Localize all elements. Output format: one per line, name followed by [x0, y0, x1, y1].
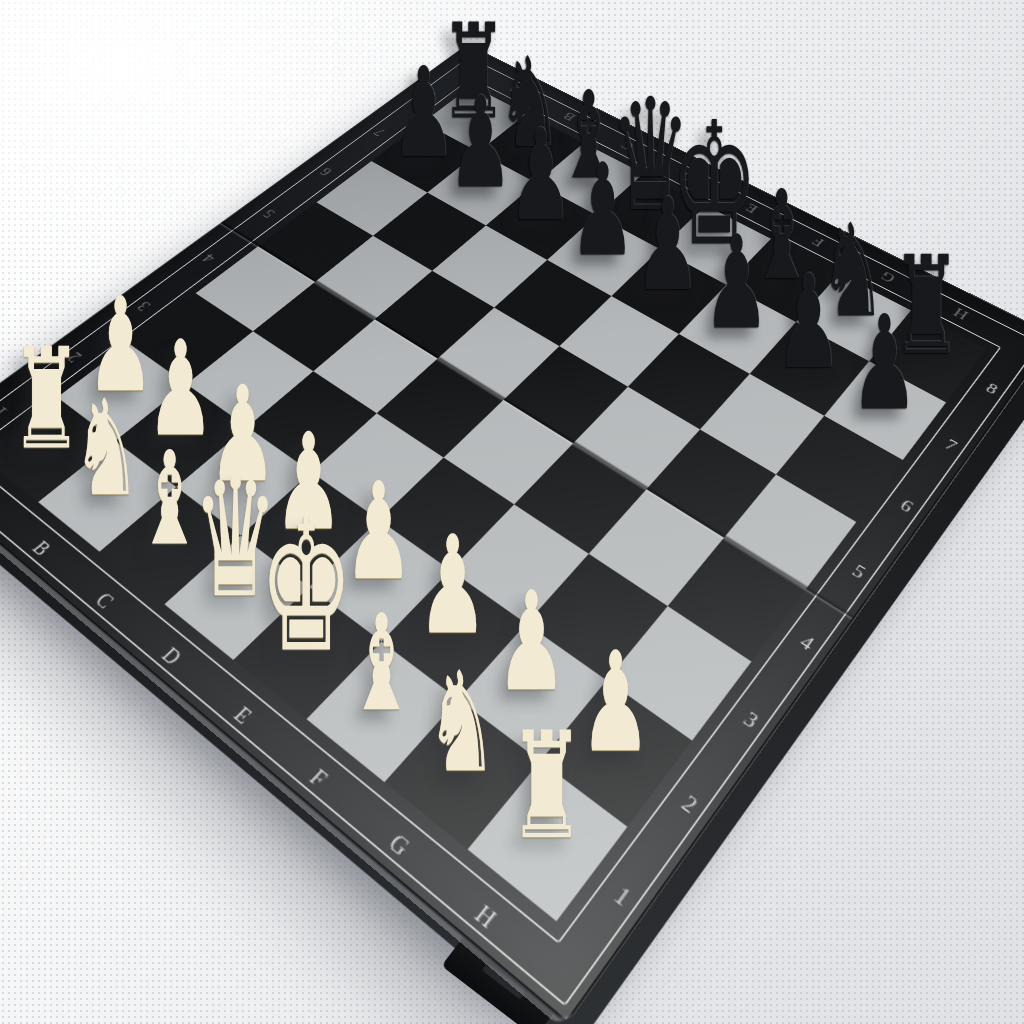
piece-white-knight-g1[interactable]: ♞	[421, 654, 501, 792]
piece-black-pawn-d7[interactable]: ♟	[566, 147, 640, 274]
piece-white-pawn-g2[interactable]: ♟	[492, 574, 571, 711]
piece-black-pawn-h7[interactable]: ♟	[846, 298, 922, 428]
piece-black-pawn-f7[interactable]: ♟	[699, 219, 773, 347]
piece-black-pawn-e7[interactable]: ♟	[631, 182, 705, 310]
piece-white-rook-h1[interactable]: ♜	[504, 713, 589, 860]
pieces-layer: ♜♞♝♛♚♝♞♜♟♟♟♟♟♟♟♟♟♟♟♟♟♟♟♟♜♞♝♛♚♝♞♜	[0, 0, 1024, 1024]
piece-black-pawn-g7[interactable]: ♟	[771, 258, 846, 387]
piece-white-bishop-f1[interactable]: ♝	[343, 597, 420, 729]
piece-white-pawn-f2[interactable]: ♟	[414, 518, 492, 653]
chess-set-photo: AA11BB22CC33DD44EE55FF66GG77HH88 ♜♞♝♛♚♝♞…	[0, 0, 1024, 1024]
